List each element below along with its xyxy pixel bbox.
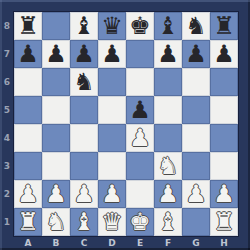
- square-a6[interactable]: [14, 68, 42, 96]
- square-g1[interactable]: [182, 208, 210, 236]
- piece-black-knight[interactable]: ♞: [73, 68, 95, 96]
- file-label-h: H: [210, 236, 238, 250]
- square-e2[interactable]: [126, 180, 154, 208]
- square-a5[interactable]: [14, 96, 42, 124]
- piece-white-rook[interactable]: ♜: [17, 208, 39, 236]
- square-d4[interactable]: [98, 124, 126, 152]
- square-f7[interactable]: ♟: [154, 40, 182, 68]
- square-h2[interactable]: ♟: [210, 180, 238, 208]
- piece-black-king[interactable]: ♚: [129, 12, 151, 40]
- piece-white-pawn[interactable]: ♟: [129, 124, 151, 152]
- rank-label-5: 5: [0, 96, 14, 124]
- square-f1[interactable]: ♝: [154, 208, 182, 236]
- square-a3[interactable]: [14, 152, 42, 180]
- piece-black-rook[interactable]: ♜: [213, 12, 235, 40]
- piece-white-rook[interactable]: ♜: [213, 208, 235, 236]
- square-a4[interactable]: [14, 124, 42, 152]
- square-b3[interactable]: [42, 152, 70, 180]
- square-b2[interactable]: ♟: [42, 180, 70, 208]
- square-d2[interactable]: ♟: [98, 180, 126, 208]
- file-label-d: D: [98, 236, 126, 250]
- rank-label-8: 8: [0, 12, 14, 40]
- square-g6[interactable]: [182, 68, 210, 96]
- piece-white-queen[interactable]: ♛: [101, 208, 123, 236]
- file-label-e: E: [126, 236, 154, 250]
- file-label-a: A: [14, 236, 42, 250]
- piece-white-pawn[interactable]: ♟: [157, 180, 179, 208]
- square-b5[interactable]: [42, 96, 70, 124]
- square-b8[interactable]: [42, 12, 70, 40]
- piece-black-rook[interactable]: ♜: [17, 12, 39, 40]
- piece-black-pawn[interactable]: ♟: [213, 40, 235, 68]
- square-d6[interactable]: [98, 68, 126, 96]
- rank-label-7: 7: [0, 40, 14, 68]
- piece-black-pawn[interactable]: ♟: [185, 40, 207, 68]
- square-f2[interactable]: ♟: [154, 180, 182, 208]
- square-d1[interactable]: ♛: [98, 208, 126, 236]
- piece-white-bishop[interactable]: ♝: [73, 208, 95, 236]
- square-f5[interactable]: [154, 96, 182, 124]
- rank-label-4: 4: [0, 124, 14, 152]
- square-e6[interactable]: [126, 68, 154, 96]
- piece-white-pawn[interactable]: ♟: [185, 180, 207, 208]
- chess-board: ♜♝♛♚♝♞♜♟♟♟♟♟♟♟♞♟♟♞♟♟♟♟♟♟♟♜♞♝♛♚♝♜: [14, 12, 238, 236]
- square-b4[interactable]: [42, 124, 70, 152]
- piece-black-pawn[interactable]: ♟: [129, 96, 151, 124]
- piece-black-bishop[interactable]: ♝: [73, 12, 95, 40]
- square-c4[interactable]: [70, 124, 98, 152]
- square-d3[interactable]: [98, 152, 126, 180]
- rank-label-2: 2: [0, 180, 14, 208]
- square-h7[interactable]: ♟: [210, 40, 238, 68]
- square-g4[interactable]: [182, 124, 210, 152]
- piece-white-king[interactable]: ♚: [129, 208, 151, 236]
- file-label-c: C: [70, 236, 98, 250]
- piece-white-pawn[interactable]: ♟: [45, 180, 67, 208]
- piece-black-knight[interactable]: ♞: [185, 12, 207, 40]
- piece-black-bishop[interactable]: ♝: [157, 12, 179, 40]
- square-h8[interactable]: ♜: [210, 12, 238, 40]
- square-c3[interactable]: [70, 152, 98, 180]
- square-a2[interactable]: ♟: [14, 180, 42, 208]
- square-h4[interactable]: [210, 124, 238, 152]
- piece-black-pawn[interactable]: ♟: [157, 40, 179, 68]
- square-e4[interactable]: ♟: [126, 124, 154, 152]
- file-label-b: B: [42, 236, 70, 250]
- square-f6[interactable]: [154, 68, 182, 96]
- square-e5[interactable]: ♟: [126, 96, 154, 124]
- file-label-f: F: [154, 236, 182, 250]
- square-h6[interactable]: [210, 68, 238, 96]
- square-e3[interactable]: [126, 152, 154, 180]
- square-c2[interactable]: ♟: [70, 180, 98, 208]
- piece-black-pawn[interactable]: ♟: [101, 40, 123, 68]
- square-c7[interactable]: ♟: [70, 40, 98, 68]
- piece-black-pawn[interactable]: ♟: [73, 40, 95, 68]
- square-f4[interactable]: [154, 124, 182, 152]
- piece-white-pawn[interactable]: ♟: [213, 180, 235, 208]
- square-g2[interactable]: ♟: [182, 180, 210, 208]
- piece-black-queen[interactable]: ♛: [101, 12, 123, 40]
- rank-label-1: 1: [0, 208, 14, 236]
- square-b7[interactable]: ♟: [42, 40, 70, 68]
- square-e8[interactable]: ♚: [126, 12, 154, 40]
- piece-black-pawn[interactable]: ♟: [45, 40, 67, 68]
- square-h3[interactable]: [210, 152, 238, 180]
- square-c1[interactable]: ♝: [70, 208, 98, 236]
- square-c5[interactable]: [70, 96, 98, 124]
- piece-white-pawn[interactable]: ♟: [101, 180, 123, 208]
- piece-black-pawn[interactable]: ♟: [17, 40, 39, 68]
- square-c6[interactable]: ♞: [70, 68, 98, 96]
- square-a7[interactable]: ♟: [14, 40, 42, 68]
- piece-white-bishop[interactable]: ♝: [157, 208, 179, 236]
- square-b1[interactable]: ♞: [42, 208, 70, 236]
- square-h1[interactable]: ♜: [210, 208, 238, 236]
- piece-white-pawn[interactable]: ♟: [73, 180, 95, 208]
- square-h5[interactable]: [210, 96, 238, 124]
- square-a1[interactable]: ♜: [14, 208, 42, 236]
- square-g5[interactable]: [182, 96, 210, 124]
- square-a8[interactable]: ♜: [14, 12, 42, 40]
- square-f8[interactable]: ♝: [154, 12, 182, 40]
- square-c8[interactable]: ♝: [70, 12, 98, 40]
- chess-board-frame: ♜♝♛♚♝♞♜♟♟♟♟♟♟♟♞♟♟♞♟♟♟♟♟♟♟♜♞♝♛♚♝♜ 8765432…: [0, 0, 250, 250]
- square-d7[interactable]: ♟: [98, 40, 126, 68]
- rank-label-6: 6: [0, 68, 14, 96]
- square-e1[interactable]: ♚: [126, 208, 154, 236]
- piece-white-pawn[interactable]: ♟: [17, 180, 39, 208]
- square-f3[interactable]: ♞: [154, 152, 182, 180]
- square-g8[interactable]: ♞: [182, 12, 210, 40]
- piece-white-knight[interactable]: ♞: [45, 208, 67, 236]
- rank-label-3: 3: [0, 152, 14, 180]
- square-b6[interactable]: [42, 68, 70, 96]
- square-e7[interactable]: [126, 40, 154, 68]
- piece-white-knight[interactable]: ♞: [157, 152, 179, 180]
- square-d8[interactable]: ♛: [98, 12, 126, 40]
- file-label-g: G: [182, 236, 210, 250]
- square-d5[interactable]: [98, 96, 126, 124]
- square-g7[interactable]: ♟: [182, 40, 210, 68]
- square-g3[interactable]: [182, 152, 210, 180]
